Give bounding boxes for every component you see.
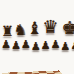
black-pawn: ♟ (70, 39, 74, 51)
black-pawn: ♟ (50, 39, 60, 50)
dark-square (52, 70, 60, 72)
black-pawn: ♟ (60, 41, 70, 52)
chess-set-photo: ♜♞♝♛♚♝♞♜ ♟♟♟♟♟♟♟♟ (0, 0, 74, 74)
black-pawn: ♟ (31, 41, 41, 52)
black-pawn: ♟ (1, 39, 11, 50)
black-pawn: ♟ (11, 40, 21, 51)
dark-square (32, 73, 40, 74)
dark-square (24, 72, 31, 74)
light-square (32, 71, 40, 73)
dark-square (39, 71, 47, 73)
chess-board (0, 70, 74, 74)
back-rank-pieces: ♜♞♝♛♚♝♞♜ (0, 4, 74, 38)
light-square (54, 72, 63, 74)
dark-square (47, 73, 56, 74)
light-square (1, 72, 10, 74)
chess-board-perspective-wrap (0, 19, 74, 65)
black-bishop: ♝ (27, 20, 42, 37)
light-square (39, 73, 48, 74)
black-pawn: ♟ (41, 40, 51, 51)
pawn-rank-pieces: ♟♟♟♟♟♟♟♟ (0, 22, 74, 50)
light-square (25, 73, 33, 74)
black-pawn: ♟ (21, 39, 31, 50)
light-square (17, 72, 25, 74)
black-queen: ♛ (42, 18, 58, 36)
dark-square (9, 72, 17, 74)
light-square (45, 71, 53, 73)
black-knight: ♞ (14, 23, 27, 38)
black-rook: ♜ (1, 24, 14, 38)
black-king: ♚ (61, 19, 74, 37)
